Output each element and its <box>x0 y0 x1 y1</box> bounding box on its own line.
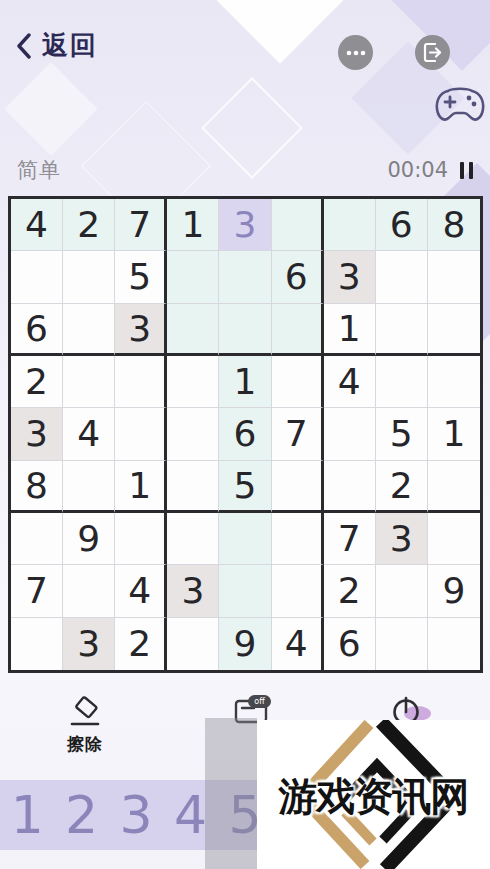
cell-r1c4[interactable]: 1 <box>167 199 219 251</box>
cell-r3c1[interactable]: 6 <box>11 304 63 356</box>
cell-r2c3[interactable]: 5 <box>115 251 167 303</box>
numpad-digit-2[interactable]: 2 <box>54 780 108 850</box>
cell-r6c4[interactable] <box>167 461 219 513</box>
cell-r3c3[interactable]: 3 <box>115 304 167 356</box>
watermark-shadow <box>205 718 257 869</box>
cell-r3c9[interactable] <box>428 304 480 356</box>
cell-r7c5[interactable] <box>219 513 271 565</box>
cell-r1c6[interactable] <box>272 199 324 251</box>
cell-r2c5[interactable] <box>219 251 271 303</box>
cell-r8c9[interactable]: 9 <box>428 565 480 617</box>
cell-r4c8[interactable] <box>376 356 428 408</box>
cell-r1c5[interactable]: 3 <box>219 199 271 251</box>
pause-button[interactable] <box>460 162 473 179</box>
bg-diamond <box>4 62 97 155</box>
cell-r5c3[interactable] <box>115 408 167 460</box>
cell-r1c7[interactable] <box>324 199 376 251</box>
cell-r8c4[interactable]: 3 <box>167 565 219 617</box>
cell-r3c5[interactable] <box>219 304 271 356</box>
cell-r1c3[interactable]: 7 <box>115 199 167 251</box>
cell-r7c6[interactable] <box>272 513 324 565</box>
back-label: 返回 <box>42 28 98 63</box>
cell-r6c7[interactable] <box>324 461 376 513</box>
cell-r6c6[interactable] <box>272 461 324 513</box>
erase-label: 擦除 <box>67 733 103 756</box>
cell-r2c8[interactable] <box>376 251 428 303</box>
cell-r4c2[interactable] <box>63 356 115 408</box>
cell-r5c5[interactable]: 6 <box>219 408 271 460</box>
cell-r5c2[interactable]: 4 <box>63 408 115 460</box>
cell-r4c4[interactable] <box>167 356 219 408</box>
cell-r2c6[interactable]: 6 <box>272 251 324 303</box>
numpad-digit-1[interactable]: 1 <box>0 780 54 850</box>
watermark: 游戏资讯网 <box>257 720 490 869</box>
exit-icon <box>423 43 442 62</box>
cell-r8c5[interactable] <box>219 565 271 617</box>
cell-r4c3[interactable] <box>115 356 167 408</box>
cell-r6c5[interactable]: 5 <box>219 461 271 513</box>
cell-r3c4[interactable] <box>167 304 219 356</box>
cell-r3c6[interactable] <box>272 304 324 356</box>
more-button[interactable] <box>338 35 373 70</box>
gamepad-button[interactable] <box>434 86 486 128</box>
difficulty-label: 简单 <box>17 156 61 184</box>
cell-r6c8[interactable]: 2 <box>376 461 428 513</box>
cell-r5c4[interactable] <box>167 408 219 460</box>
cell-r9c9[interactable] <box>428 618 480 670</box>
cell-r2c4[interactable] <box>167 251 219 303</box>
cell-r9c8[interactable] <box>376 618 428 670</box>
notes-off-badge: off <box>248 695 271 708</box>
eraser-icon <box>67 696 103 730</box>
cell-r2c7[interactable]: 3 <box>324 251 376 303</box>
cell-r4c6[interactable] <box>272 356 324 408</box>
cell-r9c5[interactable]: 9 <box>219 618 271 670</box>
cell-r2c9[interactable] <box>428 251 480 303</box>
cell-r4c5[interactable]: 1 <box>219 356 271 408</box>
cell-r9c2[interactable]: 3 <box>63 618 115 670</box>
bg-diamond <box>216 0 343 64</box>
cell-r7c1[interactable] <box>11 513 63 565</box>
cell-r1c2[interactable]: 2 <box>63 199 115 251</box>
cell-r7c3[interactable] <box>115 513 167 565</box>
cell-r4c9[interactable] <box>428 356 480 408</box>
cell-r9c1[interactable] <box>11 618 63 670</box>
watermark-text: 游戏资讯网 <box>257 770 490 824</box>
cell-r3c8[interactable] <box>376 304 428 356</box>
exit-button[interactable] <box>415 35 450 70</box>
cell-r8c8[interactable] <box>376 565 428 617</box>
sudoku-grid: 427136856363121434675181529737432932946 <box>8 196 483 673</box>
erase-button[interactable]: 擦除 <box>55 696 115 756</box>
cell-r7c8[interactable]: 3 <box>376 513 428 565</box>
cell-r3c7[interactable]: 1 <box>324 304 376 356</box>
cell-r6c9[interactable] <box>428 461 480 513</box>
cell-r6c2[interactable] <box>63 461 115 513</box>
sudoku-app-screen: 返回 简单 00:04 4271368563631214346751815297… <box>0 0 490 869</box>
cell-r9c4[interactable] <box>167 618 219 670</box>
gamepad-icon <box>434 86 486 124</box>
cell-r6c1[interactable]: 8 <box>11 461 63 513</box>
cell-r8c7[interactable]: 2 <box>324 565 376 617</box>
numpad-digit-3[interactable]: 3 <box>109 780 163 850</box>
cell-r9c7[interactable]: 6 <box>324 618 376 670</box>
cell-r4c1[interactable]: 2 <box>11 356 63 408</box>
cell-r5c9[interactable]: 1 <box>428 408 480 460</box>
cell-r5c1[interactable]: 3 <box>11 408 63 460</box>
cell-r5c8[interactable]: 5 <box>376 408 428 460</box>
back-button[interactable]: 返回 <box>16 28 98 63</box>
cell-r5c6[interactable]: 7 <box>272 408 324 460</box>
cell-r7c7[interactable]: 7 <box>324 513 376 565</box>
cell-r1c9[interactable]: 8 <box>428 199 480 251</box>
cell-r2c1[interactable] <box>11 251 63 303</box>
cell-r7c4[interactable] <box>167 513 219 565</box>
cell-r1c1[interactable]: 4 <box>11 199 63 251</box>
ellipsis-icon <box>346 50 366 56</box>
cell-r5c7[interactable] <box>324 408 376 460</box>
cell-r8c2[interactable] <box>63 565 115 617</box>
cell-r3c2[interactable] <box>63 304 115 356</box>
cell-r1c8[interactable]: 6 <box>376 199 428 251</box>
cell-r9c6[interactable]: 4 <box>272 618 324 670</box>
cell-r8c1[interactable]: 7 <box>11 565 63 617</box>
cell-r9c3[interactable]: 2 <box>115 618 167 670</box>
cell-r7c2[interactable]: 9 <box>63 513 115 565</box>
cell-r2c2[interactable] <box>63 251 115 303</box>
cell-r8c3[interactable]: 4 <box>115 565 167 617</box>
chevron-left-icon <box>16 33 32 59</box>
timer: 00:04 <box>387 158 448 182</box>
cell-r8c6[interactable] <box>272 565 324 617</box>
cell-r4c7[interactable]: 4 <box>324 356 376 408</box>
status-row: 简单 00:04 <box>0 156 490 184</box>
cell-r7c9[interactable] <box>428 513 480 565</box>
cell-r6c3[interactable]: 1 <box>115 461 167 513</box>
